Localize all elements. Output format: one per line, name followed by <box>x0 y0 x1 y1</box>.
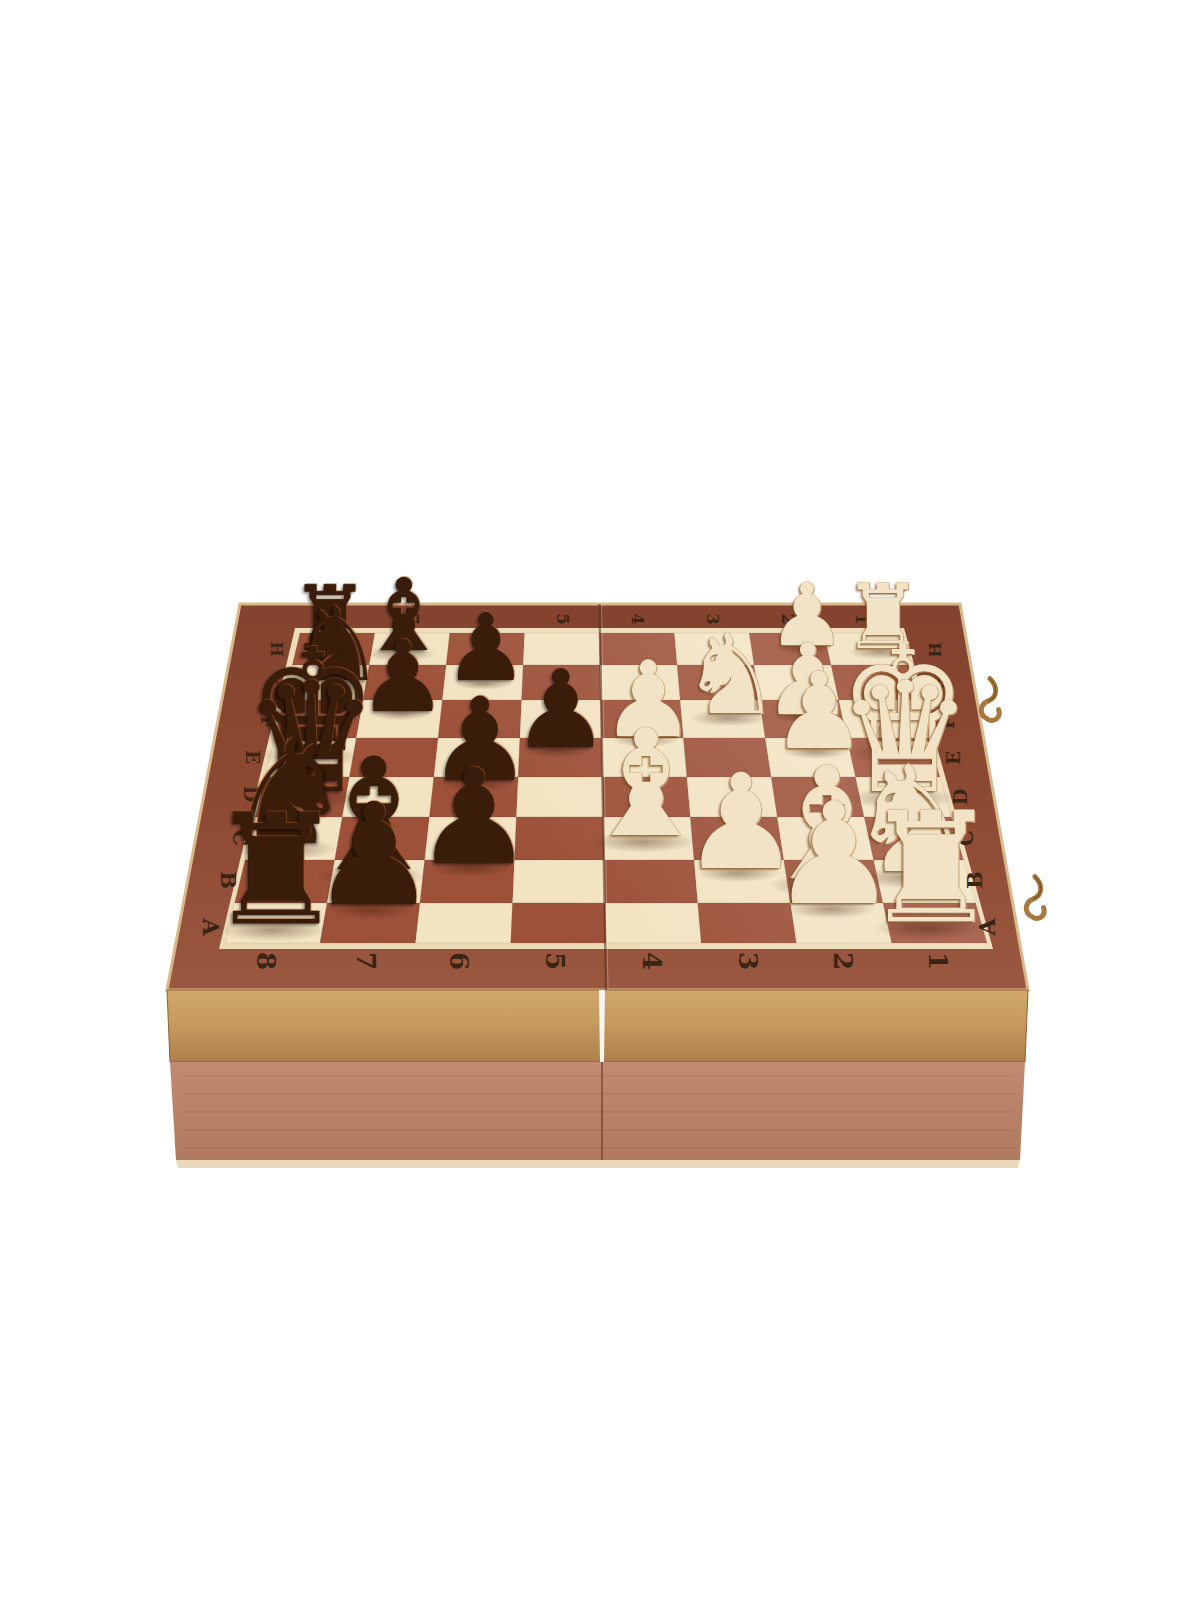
box-oak-rail <box>167 990 1028 1062</box>
near-rank-label-3: 3 <box>735 952 761 970</box>
box-split-gap <box>599 990 605 1062</box>
near-rank-label-5: 5 <box>542 952 568 970</box>
far-rank-label-5: 5 <box>554 613 570 624</box>
near-rank-label-2: 2 <box>830 952 856 970</box>
product-photo-stage: 8765432187654321ABCDEFGHABCDEFGH ♜♞♚♛♞♜♝… <box>0 0 1200 1600</box>
near-rank-label-4: 4 <box>639 952 665 970</box>
near-rank-label-7: 7 <box>353 952 379 970</box>
far-rank-label-4: 4 <box>629 613 645 624</box>
piece-black-rook-a8[interactable]: ♜ <box>207 794 344 947</box>
near-rank-label-6: 6 <box>446 952 472 970</box>
piece-white-rook-a1[interactable]: ♜ <box>862 792 999 945</box>
brass-clasp-1 <box>979 678 1007 722</box>
square-a4[interactable] <box>605 903 701 943</box>
box-side-face <box>170 1062 1025 1160</box>
brass-clasp-2 <box>1024 876 1052 920</box>
square-a5[interactable] <box>511 903 606 943</box>
